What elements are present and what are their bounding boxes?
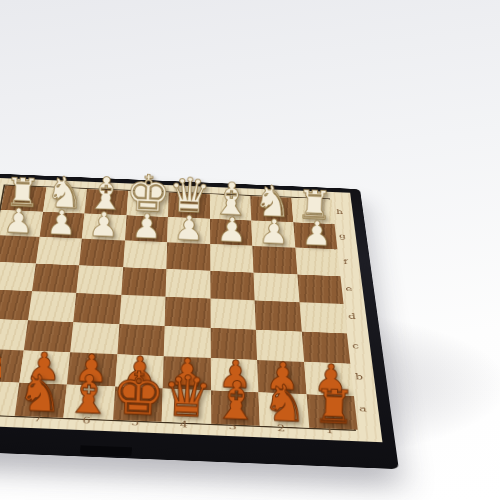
square-r4c3[interactable]: [76, 265, 122, 295]
camera-roll-wrapper: ♜♞♝♚♛♝♞♜♟♟♟♟♟♟♟♟♟♟♟♟♟♟♟♟♜♞♝♚♛♝♞♜ 8765432…: [0, 0, 500, 500]
orange-knight[interactable]: ♞: [261, 379, 308, 429]
square-r2c2[interactable]: ♟: [39, 212, 84, 239]
square-r2c8[interactable]: ♟: [293, 222, 337, 249]
studio-backdrop: ♜♞♝♚♛♝♞♜♟♟♟♟♟♟♟♟♟♟♟♟♟♟♟♟♜♞♝♚♛♝♞♜ 8765432…: [0, 0, 500, 500]
orange-king[interactable]: ♚: [111, 365, 166, 423]
wooden-border: ♜♞♝♚♛♝♞♜♟♟♟♟♟♟♟♟♟♟♟♟♟♟♟♟♜♞♝♚♛♝♞♜ 8765432…: [0, 178, 382, 442]
square-r3c6[interactable]: [210, 244, 254, 272]
square-r3c3[interactable]: [79, 239, 124, 267]
folding-plastic-base: ♜♞♝♚♛♝♞♜♟♟♟♟♟♟♟♟♟♟♟♟♟♟♟♟♜♞♝♚♛♝♞♜ 8765432…: [0, 173, 399, 469]
file-label-g: g: [333, 223, 353, 249]
square-r4c6[interactable]: [210, 271, 255, 301]
square-r5c5[interactable]: [165, 297, 211, 328]
square-r5c6[interactable]: [210, 298, 256, 329]
square-r5c7[interactable]: [255, 300, 302, 331]
square-r2c6[interactable]: ♟: [210, 219, 253, 246]
white-pawn[interactable]: ♟: [131, 210, 163, 243]
square-r4c7[interactable]: [253, 272, 299, 302]
chess-board[interactable]: ♜♞♝♚♛♝♞♜♟♟♟♟♟♟♟♟♟♟♟♟♟♟♟♟♜♞♝♚♛♝♞♜: [0, 186, 354, 430]
square-r8c2[interactable]: ♞: [14, 382, 67, 417]
file-label-h: h: [330, 199, 349, 224]
square-r3c1[interactable]: [0, 235, 39, 263]
square-r4c1[interactable]: [0, 262, 35, 292]
square-r2c4[interactable]: ♟: [125, 215, 168, 242]
file-label-f: f: [336, 248, 356, 275]
orange-knight[interactable]: ♞: [16, 369, 63, 419]
square-r5c8[interactable]: [299, 302, 347, 333]
orange-bishop[interactable]: ♝: [212, 375, 261, 427]
white-pawn[interactable]: ♟: [45, 206, 77, 239]
file-label-d: d: [342, 302, 363, 331]
file-label-e: e: [339, 275, 360, 303]
square-r3c8[interactable]: [295, 248, 341, 276]
base-latch: [80, 445, 132, 457]
square-r4c5[interactable]: [166, 269, 211, 299]
orange-rook[interactable]: ♜: [0, 371, 13, 417]
orange-bishop[interactable]: ♝: [65, 369, 114, 421]
white-pawn[interactable]: ♟: [173, 211, 204, 244]
orange-rook[interactable]: ♜: [312, 384, 355, 430]
white-pawn[interactable]: ♟: [301, 217, 332, 250]
square-r8c7[interactable]: ♞: [258, 392, 308, 428]
square-r3c4[interactable]: [123, 240, 167, 268]
square-r2c5[interactable]: ♟: [167, 217, 210, 244]
square-r8c4[interactable]: ♚: [113, 386, 163, 422]
square-r4c4[interactable]: [121, 267, 166, 297]
white-pawn[interactable]: ♟: [88, 208, 120, 241]
white-pawn[interactable]: ♟: [3, 204, 35, 237]
square-r5c3[interactable]: [73, 293, 121, 324]
square-r3c7[interactable]: [252, 246, 297, 274]
square-r2c1[interactable]: ♟: [0, 210, 43, 237]
square-r8c6[interactable]: ♝: [211, 390, 260, 426]
square-r2c3[interactable]: ♟: [82, 213, 126, 240]
square-r4c8[interactable]: [297, 274, 344, 304]
white-pawn[interactable]: ♟: [216, 213, 247, 246]
square-r4c2[interactable]: [32, 263, 80, 293]
white-pawn[interactable]: ♟: [258, 215, 289, 248]
chess-set: ♜♞♝♚♛♝♞♜♟♟♟♟♟♟♟♟♟♟♟♟♟♟♟♟♜♞♝♚♛♝♞♜ 8765432…: [0, 173, 399, 469]
orange-queen[interactable]: ♛: [161, 369, 214, 424]
square-r3c5[interactable]: [166, 242, 210, 270]
square-r5c4[interactable]: [119, 295, 166, 326]
square-r8c5[interactable]: ♛: [162, 388, 211, 424]
square-r2c7[interactable]: ♟: [251, 220, 295, 247]
square-r5c2[interactable]: [28, 291, 77, 322]
square-r8c8[interactable]: ♜: [306, 394, 358, 430]
square-r5c1[interactable]: [0, 289, 32, 320]
square-r3c2[interactable]: [35, 237, 81, 265]
square-r8c3[interactable]: ♝: [63, 384, 114, 420]
